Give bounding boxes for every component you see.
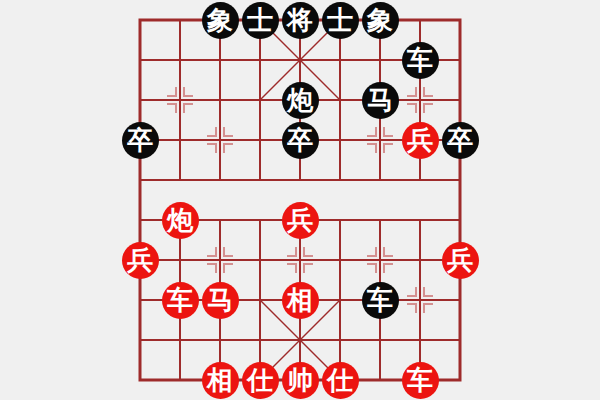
piece-red-cannon[interactable]: 炮	[162, 202, 199, 239]
piece-red-soldier[interactable]: 兵	[122, 242, 159, 279]
piece-black-general[interactable]: 将	[282, 2, 319, 39]
piece-black-elephant[interactable]: 象	[362, 2, 399, 39]
piece-black-cannon[interactable]: 炮	[282, 82, 319, 119]
piece-black-soldier[interactable]: 卒	[442, 122, 479, 159]
piece-red-advisor[interactable]: 仕	[242, 362, 279, 399]
piece-black-soldier[interactable]: 卒	[122, 122, 159, 159]
piece-red-chariot[interactable]: 车	[162, 282, 199, 319]
piece-black-elephant[interactable]: 象	[202, 2, 239, 39]
piece-red-soldier[interactable]: 兵	[442, 242, 479, 279]
piece-black-chariot[interactable]: 车	[402, 42, 439, 79]
piece-black-advisor[interactable]: 士	[242, 2, 279, 39]
board-grid	[0, 0, 600, 400]
piece-red-soldier[interactable]: 兵	[402, 122, 439, 159]
piece-red-soldier[interactable]: 兵	[282, 202, 319, 239]
piece-black-horse[interactable]: 马	[362, 82, 399, 119]
piece-red-advisor[interactable]: 仕	[322, 362, 359, 399]
piece-black-soldier[interactable]: 卒	[282, 122, 319, 159]
piece-black-advisor[interactable]: 士	[322, 2, 359, 39]
piece-red-elephant[interactable]: 相	[202, 362, 239, 399]
piece-red-elephant[interactable]: 相	[282, 282, 319, 319]
xiangqi-app: 象士将士象车炮马卒卒兵卒炮兵兵兵车马相车相仕帅仕车	[0, 0, 600, 400]
piece-red-general[interactable]: 帅	[282, 362, 319, 399]
piece-red-horse[interactable]: 马	[202, 282, 239, 319]
xiangqi-board: 象士将士象车炮马卒卒兵卒炮兵兵兵车马相车相仕帅仕车	[0, 0, 600, 400]
piece-black-chariot[interactable]: 车	[362, 282, 399, 319]
piece-red-chariot[interactable]: 车	[402, 362, 439, 399]
